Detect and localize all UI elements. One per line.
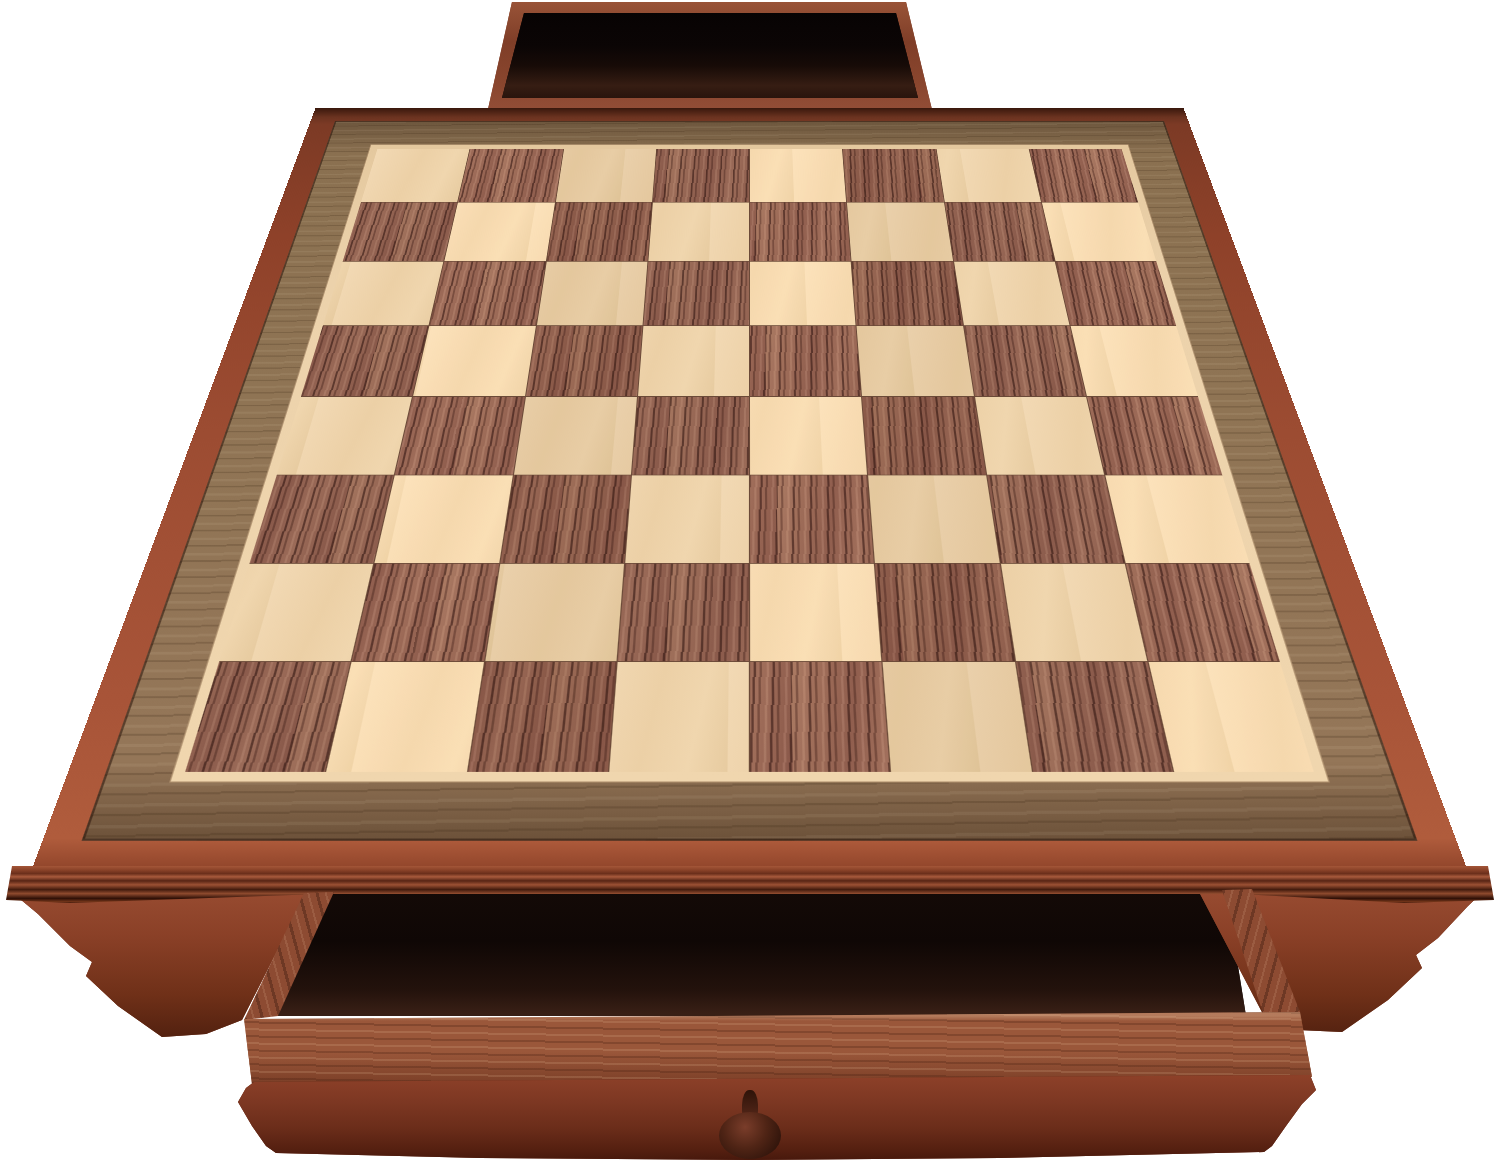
square-a3[interactable] [250,476,394,563]
square-b6[interactable] [430,261,546,325]
square-h2[interactable] [1125,563,1279,661]
square-e8[interactable] [750,149,846,202]
board-frame-walnut-band [82,121,1418,841]
square-d7[interactable] [648,203,749,261]
square-g2[interactable] [1000,563,1147,661]
square-h5[interactable] [1070,326,1198,396]
square-b1[interactable] [326,662,483,772]
square-f2[interactable] [875,563,1014,661]
square-b7[interactable] [445,203,555,261]
square-d2[interactable] [617,563,749,661]
square-b2[interactable] [352,563,499,661]
square-a2[interactable] [219,563,373,661]
square-g5[interactable] [964,326,1086,396]
square-b5[interactable] [413,326,535,396]
board-maple-margin [169,144,1330,782]
square-e7[interactable] [750,203,851,261]
square-h1[interactable] [1148,662,1314,772]
square-g6[interactable] [954,261,1070,325]
square-g8[interactable] [936,149,1041,202]
square-e1[interactable] [750,662,890,772]
square-a1[interactable] [185,662,351,772]
square-f1[interactable] [883,662,1032,772]
square-h6[interactable] [1055,261,1176,325]
square-b3[interactable] [375,476,512,563]
square-e4[interactable] [750,397,867,475]
square-c5[interactable] [526,326,643,396]
drawer-knob-icon [719,1112,781,1159]
product-photo-stage [0,0,1500,1161]
chess-board [30,108,1470,876]
square-c3[interactable] [500,476,631,563]
square-d6[interactable] [643,261,749,325]
square-g3[interactable] [987,476,1124,563]
square-a8[interactable] [361,149,470,202]
square-g7[interactable] [944,203,1054,261]
square-f4[interactable] [862,397,985,475]
square-b4[interactable] [395,397,524,475]
square-h8[interactable] [1029,149,1138,202]
square-c8[interactable] [555,149,655,202]
square-g1[interactable] [1016,662,1173,772]
square-b8[interactable] [458,149,563,202]
square-d3[interactable] [625,476,749,563]
square-c1[interactable] [468,662,617,772]
square-d4[interactable] [632,397,749,475]
square-e6[interactable] [750,261,856,325]
square-f3[interactable] [868,476,999,563]
square-d5[interactable] [638,326,749,396]
square-d1[interactable] [609,662,749,772]
square-a4[interactable] [277,397,412,475]
square-f8[interactable] [843,149,943,202]
square-g4[interactable] [975,397,1104,475]
square-f5[interactable] [857,326,974,396]
square-c2[interactable] [485,563,624,661]
square-f6[interactable] [852,261,963,325]
square-e5[interactable] [750,326,861,396]
square-a5[interactable] [301,326,429,396]
square-e2[interactable] [750,563,882,661]
square-h4[interactable] [1087,397,1222,475]
square-d8[interactable] [653,149,749,202]
board-frame-mahogany [30,108,1470,876]
square-h3[interactable] [1105,476,1249,563]
square-f7[interactable] [847,203,952,261]
square-a7[interactable] [343,203,457,261]
board-grid [185,149,1314,772]
square-c4[interactable] [513,397,636,475]
square-a6[interactable] [323,261,444,325]
square-c7[interactable] [546,203,651,261]
square-e3[interactable] [750,476,874,563]
square-h7[interactable] [1042,203,1156,261]
square-c6[interactable] [536,261,647,325]
